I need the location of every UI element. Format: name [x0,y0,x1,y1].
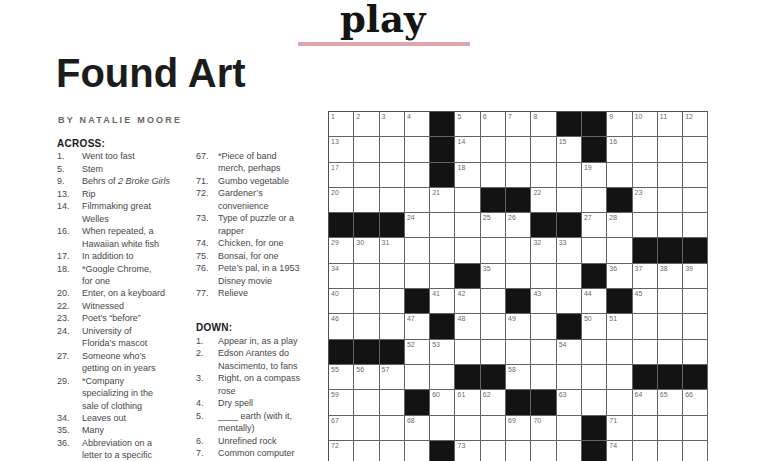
cell-r13c13[interactable] [633,416,658,441]
cell-r2c10[interactable]: 15 [557,137,582,162]
cell-r13c10[interactable] [557,416,582,441]
cell-r9c11[interactable]: 50 [582,314,607,339]
cell-number: 7 [508,113,512,121]
cell-r9c9[interactable] [531,314,556,339]
cell-r10c1-block [329,340,354,365]
cell-r5c8[interactable]: 26 [506,213,531,238]
cell-r8c8-block [506,289,531,314]
cell-r4c10[interactable] [557,188,582,213]
cell-r14c3[interactable] [380,441,405,461]
cell-r10c4[interactable]: 52 [405,340,430,365]
cell-r11c5[interactable] [430,365,455,390]
cell-r3c1[interactable]: 17 [329,163,354,188]
across-header: ACROSS: [57,138,193,150]
clue-text: Relieve [218,287,248,299]
clue-text: Stem [82,163,103,175]
cell-r5c13[interactable] [633,213,658,238]
cell-number: 13 [331,138,339,146]
cell-r1c6[interactable]: 5 [455,112,480,137]
cell-r11c12[interactable] [607,365,632,390]
cell-r12c1[interactable]: 59 [329,390,354,415]
cell-r2c9[interactable] [531,137,556,162]
cell-r10c9[interactable] [531,340,556,365]
cell-r3c4[interactable] [405,163,430,188]
cell-r3c7[interactable] [481,163,506,188]
cell-r6c12[interactable] [607,238,632,263]
cell-r2c13[interactable] [633,137,658,162]
cell-r10c2-block [354,340,379,365]
cell-r7c12[interactable]: 36 [607,264,632,289]
cell-r5c5[interactable] [430,213,455,238]
down-clue-list: 1.Appear in, as a play2.Edson Arantes do… [196,335,332,461]
cell-r10c12[interactable] [607,340,632,365]
cell-r13c6[interactable] [455,416,480,441]
cell-r2c8[interactable] [506,137,531,162]
clue-text: Behrs of 2 Broke Girls [82,175,170,187]
cell-r13c4[interactable]: 68 [405,416,430,441]
cell-r4c8-block [506,188,531,213]
cell-r13c12[interactable]: 71 [607,416,632,441]
clue-item: 17.In addition to [57,250,193,262]
cell-r4c13[interactable]: 23 [633,188,658,213]
cell-r10c10[interactable]: 54 [557,340,582,365]
cell-r1c2[interactable]: 2 [354,112,379,137]
cell-r3c9[interactable] [531,163,556,188]
cell-number: 29 [331,239,339,247]
cell-r4c6[interactable] [455,188,480,213]
cell-r10c7[interactable] [481,340,506,365]
clue-number: 16. [57,225,82,250]
cell-r6c8[interactable] [506,238,531,263]
cell-r13c11-block [582,416,607,441]
cell-r4c5[interactable]: 21 [430,188,455,213]
cell-r4c4[interactable] [405,188,430,213]
cell-r10c6[interactable] [455,340,480,365]
cell-r13c3[interactable] [380,416,405,441]
clue-number: 22. [57,300,82,312]
cell-r8c13[interactable]: 45 [633,289,658,314]
clue-item: 20.Enter, on a keyboard [57,287,193,299]
cell-r14c10[interactable] [557,441,582,461]
cell-r5c15[interactable] [683,213,708,238]
down-header: DOWN: [196,322,332,334]
cell-r1c9[interactable]: 8 [531,112,556,137]
cell-number: 5 [457,113,461,121]
cell-number: 36 [609,265,617,273]
cell-r11c11[interactable] [582,365,607,390]
cell-r8c5[interactable]: 41 [430,289,455,314]
cell-r5c14[interactable] [658,213,683,238]
cell-number: 50 [584,315,592,323]
cell-r14c15[interactable] [683,441,708,461]
clue-item: 74.Chicken, for one [196,237,332,249]
cell-r6c15-block [683,238,708,263]
cell-r6c10[interactable]: 33 [557,238,582,263]
cell-r12c11[interactable] [582,390,607,415]
clue-item: 36.Abbreviation on a letter to a specifi… [57,437,193,461]
cell-r5c7[interactable]: 25 [481,213,506,238]
clue-text: Filmmaking great Welles [82,200,151,225]
cell-r9c3[interactable] [380,314,405,339]
cell-r4c9[interactable]: 22 [531,188,556,213]
clue-number: 9. [57,175,82,187]
clue-text: Abbreviation on a letter to a specific [82,437,152,461]
cell-r3c2[interactable] [354,163,379,188]
cell-r1c8[interactable]: 7 [506,112,531,137]
cell-number: 47 [407,315,415,323]
cell-number: 30 [356,239,364,247]
cell-r14c7[interactable] [481,441,506,461]
cell-number: 54 [559,341,567,349]
cell-number: 39 [685,265,693,273]
clue-number: 14. [57,200,82,225]
clue-text: In addition to [82,250,134,262]
cell-r11c6-block [455,365,480,390]
cell-r12c7[interactable]: 62 [481,390,506,415]
cell-r10c14[interactable] [658,340,683,365]
clue-number: 6. [196,435,218,447]
clue-item: 71.Gumbo vegetable [196,175,332,187]
cell-r9c6[interactable]: 48 [455,314,480,339]
cell-number: 37 [635,265,643,273]
cell-r8c1[interactable]: 40 [329,289,354,314]
cell-r12c13[interactable]: 64 [633,390,658,415]
cell-number: 52 [407,341,415,349]
cell-r13c15[interactable] [683,416,708,441]
cell-r12c14[interactable]: 65 [658,390,683,415]
cell-r4c2[interactable] [354,188,379,213]
cell-r11c7-block [481,365,506,390]
cell-r6c11[interactable] [582,238,607,263]
cell-r9c7[interactable] [481,314,506,339]
clue-number: 67. [196,150,218,175]
cell-number: 40 [331,290,339,298]
clue-text: Pete’s pal, in a 1953 Disney movie [218,262,299,287]
clue-number: 5. [196,410,218,435]
cell-r6c7[interactable] [481,238,506,263]
cell-r12c12[interactable] [607,390,632,415]
cell-r7c10[interactable] [557,264,582,289]
cell-number: 56 [356,366,364,374]
cell-number: 18 [457,164,465,172]
cell-r2c11-block [582,137,607,162]
cell-r4c1[interactable]: 20 [329,188,354,213]
cell-r1c4[interactable]: 4 [405,112,430,137]
cell-number: 48 [457,315,465,323]
cell-r2c3[interactable] [380,137,405,162]
cell-r8c11[interactable]: 44 [582,289,607,314]
cell-r5c11[interactable]: 27 [582,213,607,238]
cell-r3c15[interactable] [683,163,708,188]
clue-number: 36. [57,437,82,461]
cell-r1c3[interactable]: 3 [380,112,405,137]
cell-number: 1 [331,113,335,121]
cell-r14c12[interactable]: 74 [607,441,632,461]
clue-number: 5. [57,163,82,175]
cell-number: 28 [609,214,617,222]
cell-r5c9-block [531,213,556,238]
section-title: play [340,0,425,41]
cell-number: 16 [609,138,617,146]
cell-r8c12-block [607,289,632,314]
clue-number: 3. [196,372,218,397]
cell-r1c14[interactable]: 11 [658,112,683,137]
cell-r4c11[interactable] [582,188,607,213]
cell-r6c13-block [633,238,658,263]
cell-number: 4 [407,113,411,121]
cell-r14c13[interactable] [633,441,658,461]
cell-r5c4[interactable]: 24 [405,213,430,238]
cell-number: 33 [559,239,567,247]
cell-r6c4[interactable] [405,238,430,263]
clue-number: 18. [57,263,82,288]
cell-r12c15[interactable]: 66 [683,390,708,415]
cell-number: 51 [609,315,617,323]
clues-column-1: ACROSS: 1.Went too fast5.Stem9.Behrs of … [57,138,193,461]
cell-r7c15[interactable]: 39 [683,264,708,289]
cell-r9c15[interactable] [683,314,708,339]
cell-r14c2[interactable] [354,441,379,461]
cell-r2c4[interactable] [405,137,430,162]
cell-r6c9[interactable]: 32 [531,238,556,263]
cell-r7c3[interactable] [380,264,405,289]
clue-item: 75.Bonsai, for one [196,250,332,262]
cell-r7c1[interactable]: 34 [329,264,354,289]
cell-r6c2[interactable]: 30 [354,238,379,263]
cell-r6c3[interactable]: 31 [380,238,405,263]
cell-number: 73 [457,442,465,450]
clue-text: Common computer connector, for short [218,447,295,461]
cell-r8c9[interactable]: 43 [531,289,556,314]
cell-r1c1[interactable]: 1 [329,112,354,137]
cell-r11c4[interactable] [405,365,430,390]
cell-r3c14[interactable] [658,163,683,188]
cell-r11c3[interactable]: 57 [380,365,405,390]
cell-r6c5[interactable] [430,238,455,263]
cell-r10c8[interactable] [506,340,531,365]
clue-item: 72.Gardener’s convenience [196,187,332,212]
cell-r8c6[interactable]: 42 [455,289,480,314]
cell-r5c6[interactable] [455,213,480,238]
magazine-page: play Found Art BY NATALIE MOORE ACROSS: … [0,0,768,461]
cell-r11c1[interactable]: 55 [329,365,354,390]
crossword-grid: 1234567891011121314151617181920212223242… [328,111,708,461]
cell-r13c8[interactable]: 69 [506,416,531,441]
cell-r5c10-block [557,213,582,238]
cell-r9c8[interactable]: 49 [506,314,531,339]
cell-r13c2[interactable] [354,416,379,441]
cell-r14c9[interactable] [531,441,556,461]
cell-r1c7[interactable]: 6 [481,112,506,137]
cell-r12c10[interactable]: 63 [557,390,582,415]
cell-r10c15[interactable] [683,340,708,365]
cell-r5c3-block [380,213,405,238]
cell-r10c5[interactable]: 53 [430,340,455,365]
cell-number: 59 [331,391,339,399]
cell-r13c7[interactable] [481,416,506,441]
cell-r5c2-block [354,213,379,238]
cell-r14c4[interactable] [405,441,430,461]
cell-r11c9[interactable] [531,365,556,390]
cell-r4c12-block [607,188,632,213]
cell-r6c1[interactable]: 29 [329,238,354,263]
cell-r7c8[interactable] [506,264,531,289]
cell-r12c6[interactable]: 61 [455,390,480,415]
cell-r2c15[interactable] [683,137,708,162]
cell-r4c3[interactable] [380,188,405,213]
cell-number: 2 [356,113,360,121]
cell-r7c4[interactable] [405,264,430,289]
cell-r8c14[interactable] [658,289,683,314]
clue-item: 1.Appear in, as a play [196,335,332,347]
cell-r2c1[interactable]: 13 [329,137,354,162]
clue-text: Gumbo vegetable [218,175,289,187]
cell-r9c14[interactable] [658,314,683,339]
accent-underline [298,42,470,46]
cell-r2c6[interactable]: 14 [455,137,480,162]
clue-number: 1. [196,335,218,347]
cell-r5c1-block [329,213,354,238]
clue-item: 29.*Company specializing in the sale of … [57,375,193,412]
cell-r1c11-block [582,112,607,137]
cell-r11c13-block [633,365,658,390]
cell-r14c14[interactable] [658,441,683,461]
clue-text: Edson Arantes do Nascimento, to fans [218,347,298,372]
cell-r11c10[interactable] [557,365,582,390]
cell-number: 19 [584,164,592,172]
cell-r2c5-block [430,137,455,162]
cell-r11c8[interactable]: 58 [506,365,531,390]
cell-number: 10 [635,113,643,121]
clue-text: Type of puzzle or a rapper [218,212,294,237]
cell-r10c11[interactable] [582,340,607,365]
clue-item: 5.Stem [57,163,193,175]
cell-number: 8 [533,113,537,121]
clue-item: 1.Went too fast [57,150,193,162]
clue-text: Enter, on a keyboard [82,287,165,299]
cell-r8c15[interactable] [683,289,708,314]
cell-r7c14[interactable]: 38 [658,264,683,289]
cell-r7c7[interactable]: 35 [481,264,506,289]
cell-number: 23 [635,189,643,197]
clue-text: University of Florida’s mascot [82,325,147,350]
cell-number: 31 [382,239,390,247]
cell-r2c12[interactable]: 16 [607,137,632,162]
clue-item: 67.*Piece of band merch, perhaps [196,150,332,175]
cell-r3c13[interactable] [633,163,658,188]
cell-r13c1[interactable]: 67 [329,416,354,441]
cell-number: 44 [584,290,592,298]
cell-r7c9[interactable] [531,264,556,289]
clue-number: 4. [196,397,218,409]
cell-r13c9[interactable]: 70 [531,416,556,441]
cell-number: 14 [457,138,465,146]
cell-r5c12[interactable]: 28 [607,213,632,238]
cell-r12c8-block [506,390,531,415]
cell-r12c3[interactable] [380,390,405,415]
clue-item: 76.Pete’s pal, in a 1953 Disney movie [196,262,332,287]
cell-r10c13[interactable] [633,340,658,365]
clue-text: *Piece of band merch, perhaps [218,150,281,175]
cell-r14c6[interactable]: 73 [455,441,480,461]
cell-r3c6[interactable]: 18 [455,163,480,188]
cell-r8c10[interactable] [557,289,582,314]
cell-r3c10[interactable] [557,163,582,188]
cell-r3c12[interactable] [607,163,632,188]
clue-text: Gardener’s convenience [218,187,269,212]
cell-r4c15[interactable] [683,188,708,213]
clue-item: 16.When repeated, a Hawaiian white fish [57,225,193,250]
clue-item: 24.University of Florida’s mascot [57,325,193,350]
cell-r12c5[interactable]: 60 [430,390,455,415]
cell-r1c13[interactable]: 10 [633,112,658,137]
cell-r14c5-block [430,441,455,461]
clue-number: 1. [57,150,82,162]
cell-r9c4[interactable]: 47 [405,314,430,339]
cell-r3c8[interactable] [506,163,531,188]
cell-r8c7[interactable] [481,289,506,314]
cell-r3c3[interactable] [380,163,405,188]
clue-item: 9.Behrs of 2 Broke Girls [57,175,193,187]
cell-r1c5-block [430,112,455,137]
cell-r7c5[interactable] [430,264,455,289]
cell-r13c5[interactable] [430,416,455,441]
cell-r9c10-block [557,314,582,339]
clue-item: 18.*Google Chrome, for one [57,263,193,288]
cell-r9c12[interactable]: 51 [607,314,632,339]
cell-r12c2[interactable] [354,390,379,415]
cell-r9c2[interactable] [354,314,379,339]
cell-r2c2[interactable] [354,137,379,162]
cell-r2c7[interactable] [481,137,506,162]
clue-number: 73. [196,212,218,237]
cell-number: 24 [407,214,415,222]
cell-number: 55 [331,366,339,374]
clue-text: Many [82,424,104,436]
cell-r3c11[interactable]: 19 [582,163,607,188]
cell-r1c15[interactable]: 12 [683,112,708,137]
cell-number: 34 [331,265,339,273]
cell-r10c3-block [380,340,405,365]
cell-r1c12[interactable]: 9 [607,112,632,137]
cell-r14c1[interactable]: 72 [329,441,354,461]
cell-r8c4-block [405,289,430,314]
cell-number: 74 [609,442,617,450]
cell-r4c14[interactable] [658,188,683,213]
clue-text: Right, on a compass rose [218,372,300,397]
cell-r9c13[interactable] [633,314,658,339]
cell-r14c8[interactable] [506,441,531,461]
clue-item: 6.Unrefined rock [196,435,332,447]
cell-r6c6[interactable] [455,238,480,263]
cell-r11c2[interactable]: 56 [354,365,379,390]
clue-item: 2.Edson Arantes do Nascimento, to fans [196,347,332,372]
cell-number: 41 [432,290,440,298]
cell-r13c14[interactable] [658,416,683,441]
cell-r7c2[interactable] [354,264,379,289]
cell-number: 71 [609,417,617,425]
puzzle-title: Found Art [56,49,246,97]
cell-r7c13[interactable]: 37 [633,264,658,289]
cell-r2c14[interactable] [658,137,683,162]
cell-r8c3[interactable] [380,289,405,314]
clue-number: 2. [196,347,218,372]
byline: BY NATALIE MOORE [58,115,182,125]
cell-r8c2[interactable] [354,289,379,314]
cell-r1c10-block [557,112,582,137]
cell-r9c1[interactable]: 46 [329,314,354,339]
cell-number: 57 [382,366,390,374]
